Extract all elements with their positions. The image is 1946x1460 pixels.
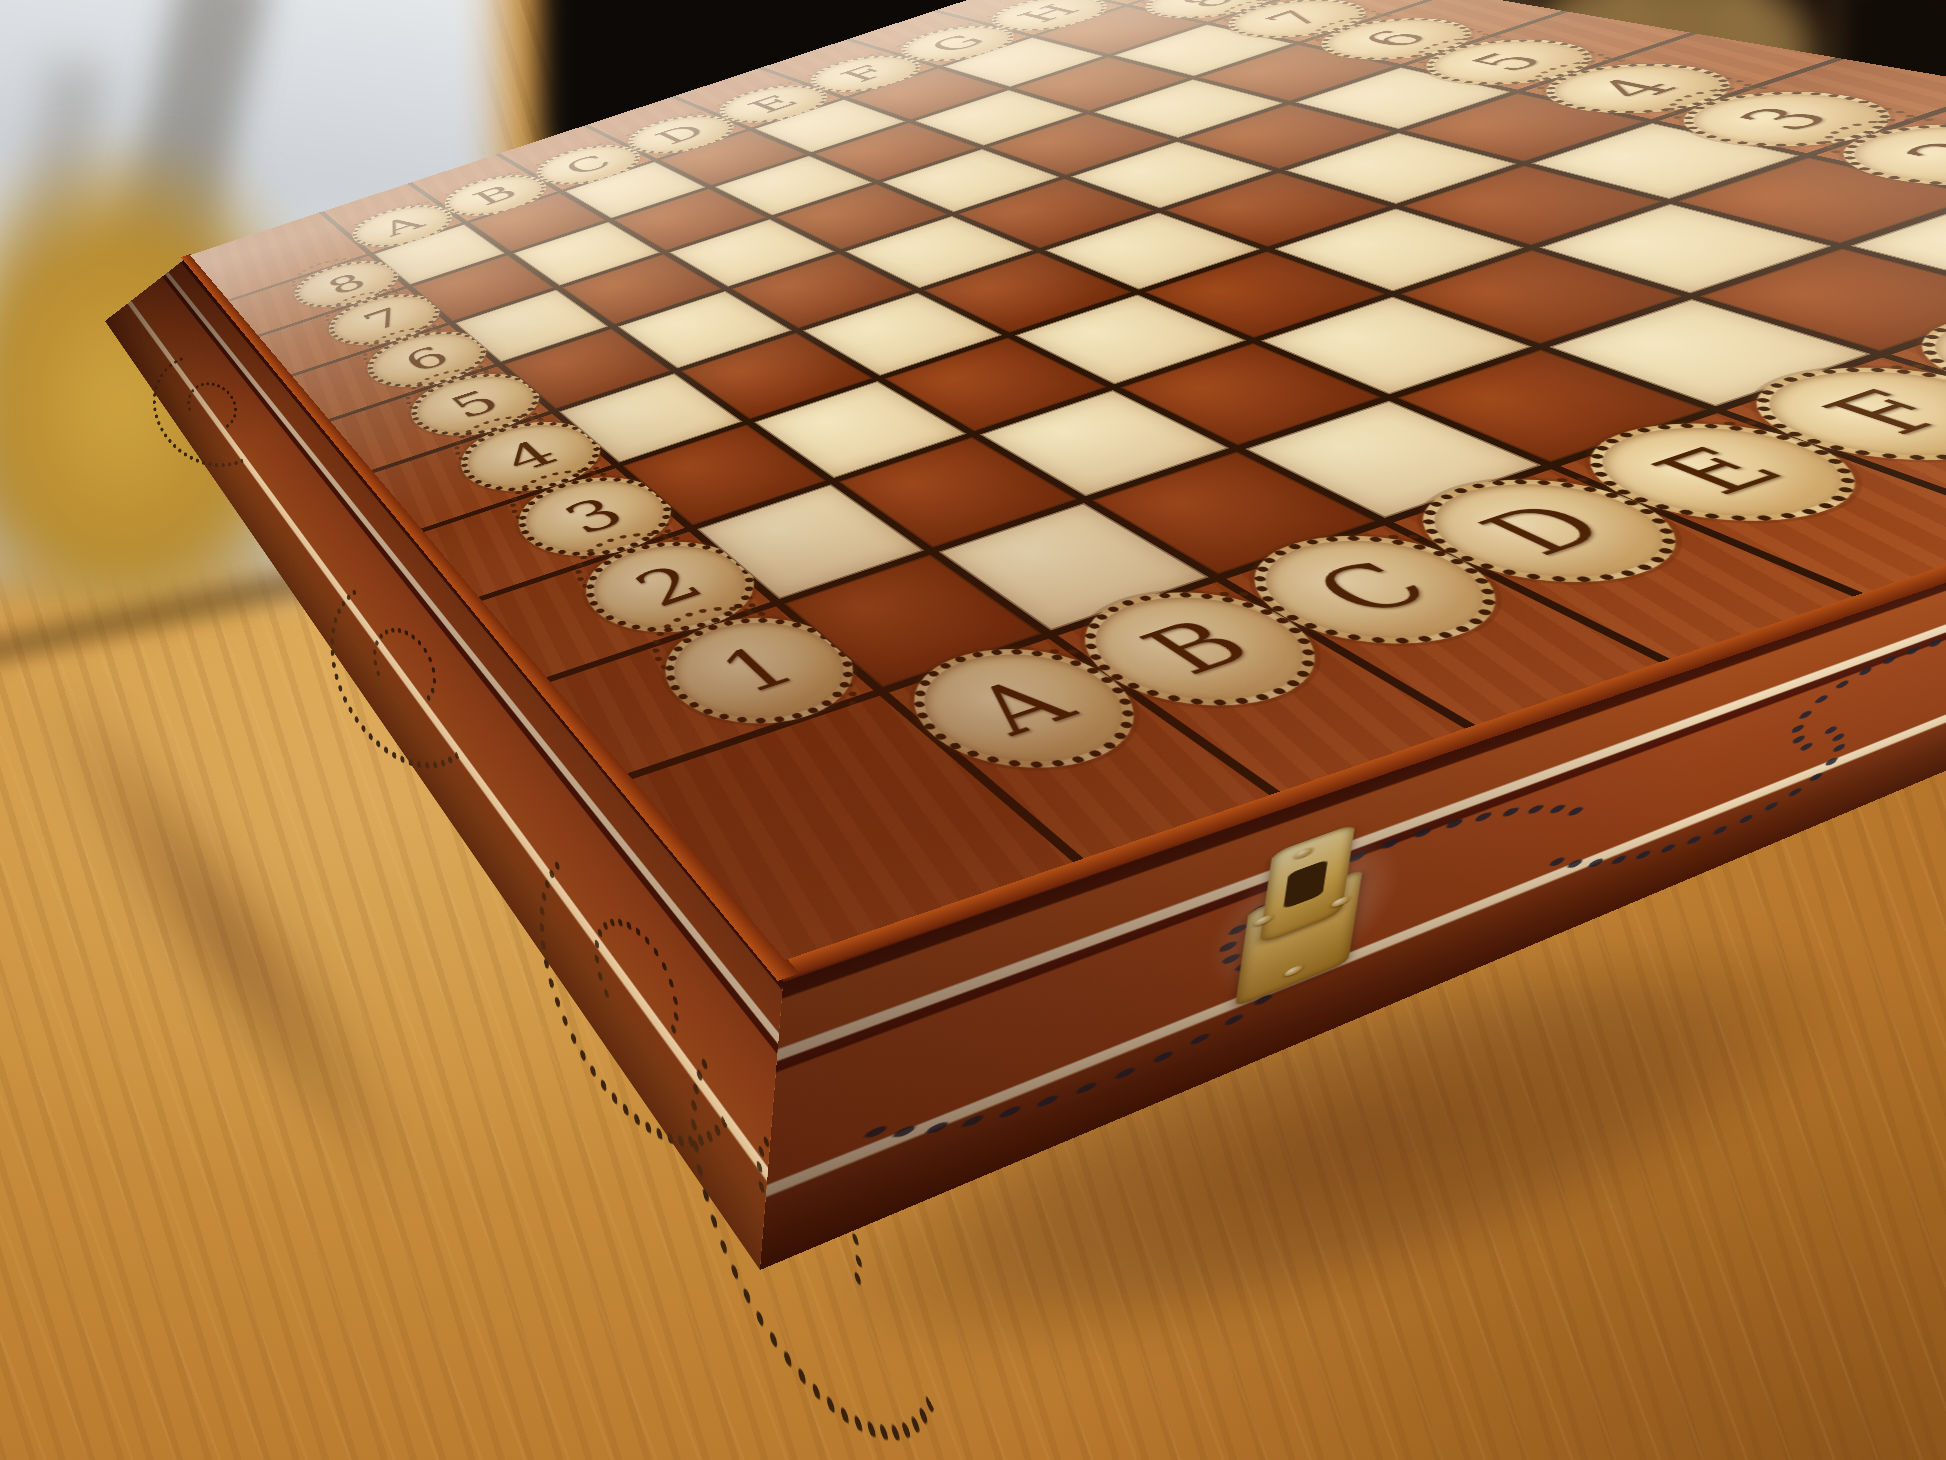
- rank-label-2-text: 2: [624, 558, 715, 614]
- file-label-b-text: B: [1125, 611, 1271, 684]
- file-label-f-text: F: [1804, 383, 1946, 442]
- rank-label-3-text: 3: [554, 492, 635, 541]
- rank-label-4-text: 4: [494, 435, 567, 478]
- file-label-top-a-text: A: [375, 213, 429, 239]
- rank-label-right-2-text: 2: [1886, 136, 1946, 172]
- file-label-top-g-text: G: [921, 32, 994, 54]
- file-label-top-c-text: C: [558, 152, 619, 177]
- file-label-top-h-text: H: [1010, 2, 1088, 25]
- file-label-top-b-text: B: [467, 182, 524, 208]
- file-label-top-f-text: F: [833, 63, 898, 84]
- file-label-top-d-text: D: [648, 122, 713, 147]
- clasp: [1233, 818, 1370, 1019]
- photo-scene: ABCDEFGH8877665544332211ABCDEFGH: [0, 0, 1946, 1460]
- rank-label-1-text: 1: [706, 637, 810, 702]
- file-label-top-e-text: E: [741, 92, 805, 115]
- rank-label-right-3-text: 3: [1722, 103, 1849, 135]
- file-label-a-text: A: [955, 669, 1091, 745]
